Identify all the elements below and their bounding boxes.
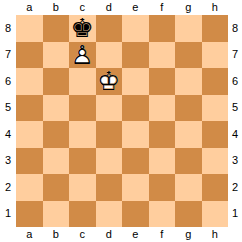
square-c1[interactable] — [69, 201, 96, 228]
square-d5[interactable] — [96, 95, 123, 122]
rank-label-2-right: 2 — [232, 182, 238, 193]
square-a7[interactable] — [16, 42, 43, 69]
square-f4[interactable] — [149, 121, 176, 148]
square-g2[interactable] — [175, 174, 202, 201]
board-grid: ♚♟♙♚♔ — [16, 15, 228, 227]
square-d4[interactable] — [96, 121, 123, 148]
file-label-a-top: a — [26, 2, 32, 13]
square-a1[interactable] — [16, 201, 43, 228]
square-b7[interactable] — [43, 42, 70, 69]
square-g1[interactable] — [175, 201, 202, 228]
square-a8[interactable] — [16, 15, 43, 42]
square-h2[interactable] — [202, 174, 229, 201]
rank-label-5-right: 5 — [232, 102, 238, 113]
rank-label-7-right: 7 — [232, 49, 238, 60]
rank-label-3-right: 3 — [232, 155, 238, 166]
square-h3[interactable] — [202, 148, 229, 175]
square-h5[interactable] — [202, 95, 229, 122]
square-d8[interactable] — [96, 15, 123, 42]
square-c2[interactable] — [69, 174, 96, 201]
chess-board-diagram: abcdefgh 87654321 ♚♟♙♚♔ 87654321 abcdefg… — [0, 0, 242, 242]
file-label-d-bottom: d — [106, 229, 112, 240]
rank-label-5-left: 5 — [5, 102, 11, 113]
square-a4[interactable] — [16, 121, 43, 148]
square-d7[interactable] — [96, 42, 123, 69]
square-f1[interactable] — [149, 201, 176, 228]
file-labels-bottom: abcdefgh — [16, 227, 228, 242]
white-king-glyph: ♔ — [96, 68, 123, 95]
rank-label-6-left: 6 — [5, 76, 11, 87]
rank-label-3-left: 3 — [5, 155, 11, 166]
black-king-glyph: ♚ — [69, 15, 96, 42]
file-label-c-bottom: c — [80, 229, 86, 240]
square-f8[interactable] — [149, 15, 176, 42]
file-label-b-bottom: b — [53, 229, 59, 240]
file-label-c-top: c — [80, 2, 86, 13]
square-c4[interactable] — [69, 121, 96, 148]
square-f5[interactable] — [149, 95, 176, 122]
rank-label-4-left: 4 — [5, 129, 11, 140]
file-label-d-top: d — [106, 2, 112, 13]
square-c3[interactable] — [69, 148, 96, 175]
square-e4[interactable] — [122, 121, 149, 148]
rank-label-8-left: 8 — [5, 23, 11, 34]
square-e3[interactable] — [122, 148, 149, 175]
square-f7[interactable] — [149, 42, 176, 69]
square-g8[interactable] — [175, 15, 202, 42]
square-e5[interactable] — [122, 95, 149, 122]
black-king[interactable]: ♚ — [69, 15, 96, 42]
rank-labels-left: 87654321 — [0, 15, 16, 227]
file-label-b-top: b — [53, 2, 59, 13]
square-f6[interactable] — [149, 68, 176, 95]
square-d2[interactable] — [96, 174, 123, 201]
square-d1[interactable] — [96, 201, 123, 228]
square-c7[interactable]: ♟♙ — [69, 42, 96, 69]
file-label-e-bottom: e — [132, 229, 138, 240]
square-b2[interactable] — [43, 174, 70, 201]
square-e1[interactable] — [122, 201, 149, 228]
square-a6[interactable] — [16, 68, 43, 95]
white-king[interactable]: ♚♔ — [96, 68, 123, 95]
square-f2[interactable] — [149, 174, 176, 201]
square-b8[interactable] — [43, 15, 70, 42]
rank-label-4-right: 4 — [232, 129, 238, 140]
file-label-f-top: f — [160, 2, 163, 13]
square-h4[interactable] — [202, 121, 229, 148]
rank-label-1-left: 1 — [5, 208, 11, 219]
square-b6[interactable] — [43, 68, 70, 95]
square-g3[interactable] — [175, 148, 202, 175]
file-labels-top: abcdefgh — [16, 0, 228, 15]
square-b5[interactable] — [43, 95, 70, 122]
square-c8[interactable]: ♚ — [69, 15, 96, 42]
square-e7[interactable] — [122, 42, 149, 69]
square-g5[interactable] — [175, 95, 202, 122]
file-label-a-bottom: a — [26, 229, 32, 240]
square-f3[interactable] — [149, 148, 176, 175]
square-d6[interactable]: ♚♔ — [96, 68, 123, 95]
square-g6[interactable] — [175, 68, 202, 95]
square-a5[interactable] — [16, 95, 43, 122]
square-h1[interactable] — [202, 201, 229, 228]
file-label-g-top: g — [185, 2, 191, 13]
rank-label-7-left: 7 — [5, 49, 11, 60]
file-label-g-bottom: g — [185, 229, 191, 240]
file-label-f-bottom: f — [160, 229, 163, 240]
file-label-h-top: h — [212, 2, 218, 13]
square-g4[interactable] — [175, 121, 202, 148]
white-pawn[interactable]: ♟♙ — [69, 42, 96, 69]
square-e6[interactable] — [122, 68, 149, 95]
rank-label-1-right: 1 — [232, 208, 238, 219]
square-c5[interactable] — [69, 95, 96, 122]
square-a3[interactable] — [16, 148, 43, 175]
square-h8[interactable] — [202, 15, 229, 42]
square-d3[interactable] — [96, 148, 123, 175]
square-h7[interactable] — [202, 42, 229, 69]
square-b4[interactable] — [43, 121, 70, 148]
square-b1[interactable] — [43, 201, 70, 228]
square-b3[interactable] — [43, 148, 70, 175]
file-label-h-bottom: h — [212, 229, 218, 240]
rank-label-6-right: 6 — [232, 76, 238, 87]
rank-label-8-right: 8 — [232, 23, 238, 34]
file-label-e-top: e — [132, 2, 138, 13]
square-e8[interactable] — [122, 15, 149, 42]
square-g7[interactable] — [175, 42, 202, 69]
rank-labels-right: 87654321 — [228, 15, 242, 227]
square-e2[interactable] — [122, 174, 149, 201]
square-a2[interactable] — [16, 174, 43, 201]
white-pawn-glyph: ♙ — [69, 42, 96, 69]
square-c6[interactable] — [69, 68, 96, 95]
rank-label-2-left: 2 — [5, 182, 11, 193]
square-h6[interactable] — [202, 68, 229, 95]
